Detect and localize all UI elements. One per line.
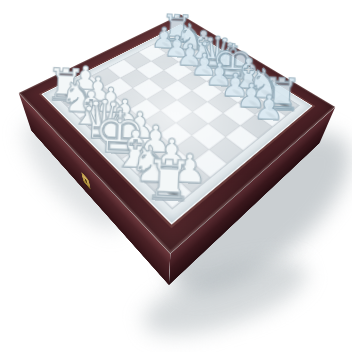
square-h5[interactable] — [225, 125, 258, 150]
photo-canvas: ♜♞♝♛♚♝♞♜♟♟♟♟♟♟♟♟♟♟♟♟♟♟♟♟♜♞♝♛♚♝♞♜ — [0, 0, 352, 352]
white-rook-h1[interactable]: ♜ — [141, 153, 198, 198]
square-f5[interactable] — [192, 101, 223, 123]
square-g5[interactable] — [208, 113, 240, 137]
brass-latch-icon — [81, 172, 91, 190]
square-h6[interactable] — [240, 114, 272, 138]
black-pawn-h7[interactable]: ♟ — [246, 89, 293, 118]
latch-keyhole-icon — [84, 178, 87, 185]
